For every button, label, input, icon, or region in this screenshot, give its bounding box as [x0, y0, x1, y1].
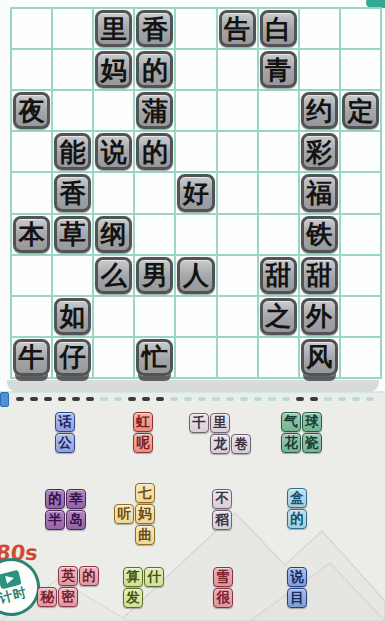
app-root: 里香告白妈的青夜蒲约定能说的彩香好福本草纲铁么男人甜甜如之外牛仔忙风 80s 计…: [0, 0, 385, 621]
board-cell-r7c1[interactable]: 如: [53, 297, 94, 338]
board-cell-r3c8[interactable]: [341, 132, 382, 173]
grid-tile[interactable]: 甜: [260, 257, 297, 294]
board-cell-r7c6[interactable]: 之: [259, 297, 300, 338]
grid-tile[interactable]: 的: [136, 133, 173, 170]
tray-tile-说[interactable]: 说: [287, 567, 307, 587]
board-cell-r2c7[interactable]: 约: [300, 91, 341, 132]
tray-tile-稻[interactable]: 稻: [212, 510, 232, 530]
grid-tile[interactable]: 铁: [301, 216, 338, 253]
board-cell-r0c0[interactable]: [12, 9, 53, 50]
board-grid: 里香告白妈的青夜蒲约定能说的彩香好福本草纲铁么男人甜甜如之外牛仔忙风: [10, 7, 382, 379]
board-cell-r5c0[interactable]: 本: [12, 215, 53, 256]
grid-tile[interactable]: 牛: [13, 339, 50, 376]
board-cell-r6c4[interactable]: 人: [176, 256, 217, 297]
board-cell-r2c3[interactable]: 蒲: [135, 91, 176, 132]
grid-tile[interactable]: 蒲: [136, 92, 173, 129]
tray-tile-密[interactable]: 密: [58, 587, 78, 607]
board-cell-r4c7[interactable]: 福: [300, 173, 341, 214]
tray-tile-盒[interactable]: 盒: [287, 488, 307, 508]
grid-tile[interactable]: 风: [301, 339, 338, 376]
tray-tile-的[interactable]: 的: [79, 566, 99, 586]
board-cell-r0c7[interactable]: [300, 9, 341, 50]
tray-tile-话[interactable]: 话: [55, 412, 75, 432]
tray-tile-算[interactable]: 算: [123, 567, 143, 587]
board-cell-r6c5[interactable]: [218, 256, 259, 297]
grid-tile[interactable]: 香: [54, 174, 91, 211]
board-cell-r7c2[interactable]: [94, 297, 135, 338]
board-cell-r5c5[interactable]: [218, 215, 259, 256]
grid-tile[interactable]: 彩: [301, 133, 338, 170]
board-cell-r5c8[interactable]: [341, 215, 382, 256]
grid-tile[interactable]: 本: [13, 216, 50, 253]
tray-tile-雪[interactable]: 雪: [213, 567, 233, 587]
board-cell-r8c8[interactable]: [341, 338, 382, 379]
grid-tile[interactable]: 人: [177, 257, 214, 294]
grid-tile[interactable]: 夜: [13, 92, 50, 129]
board-cell-r8c5[interactable]: [218, 338, 259, 379]
board-cell-r7c3[interactable]: [135, 297, 176, 338]
board-cell-r3c5[interactable]: [218, 132, 259, 173]
grid-tile[interactable]: 草: [54, 216, 91, 253]
board-cell-r4c1[interactable]: 香: [53, 173, 94, 214]
tray-tile-英[interactable]: 英: [58, 566, 78, 586]
board-cell-r5c6[interactable]: [259, 215, 300, 256]
tray-tile-发[interactable]: 发: [123, 588, 143, 608]
board-cell-r0c2[interactable]: 里: [94, 9, 135, 50]
tray-tile-千[interactable]: 千: [189, 413, 209, 433]
tray-tile-听[interactable]: 听: [114, 504, 134, 524]
grid-tile[interactable]: 约: [301, 92, 338, 129]
board-cell-r2c8[interactable]: 定: [341, 91, 382, 132]
board-cell-r6c7[interactable]: 甜: [300, 256, 341, 297]
grid-tile[interactable]: 能: [54, 133, 91, 170]
board-cell-r1c0[interactable]: [12, 50, 53, 91]
board-cell-r4c5[interactable]: [218, 173, 259, 214]
board-cell-r5c3[interactable]: [135, 215, 176, 256]
grid-tile[interactable]: 里: [95, 10, 132, 47]
grid-tile[interactable]: 青: [260, 51, 297, 88]
tray-tile-曲[interactable]: 曲: [135, 525, 155, 545]
board-cell-r4c3[interactable]: [135, 173, 176, 214]
board-cell-r1c1[interactable]: [53, 50, 94, 91]
board-cell-r2c6[interactable]: [259, 91, 300, 132]
tray-section: 80s 计时 话公虹呢千里龙卷气球花瓷的幸半岛七听妈曲不稻盒的英的秘密算什发雪很…: [0, 393, 385, 621]
grid-tile[interactable]: 男: [136, 257, 173, 294]
tray-tile-妈[interactable]: 妈: [135, 504, 155, 524]
tray-tile-七[interactable]: 七: [135, 483, 155, 503]
board-cell-r7c7[interactable]: 外: [300, 297, 341, 338]
tray-tile-气[interactable]: 气: [281, 412, 301, 432]
tray-tile-秘[interactable]: 秘: [37, 587, 57, 607]
board-cell-r8c6[interactable]: [259, 338, 300, 379]
board-cell-r8c3[interactable]: 忙: [135, 338, 176, 379]
tray-tile-呢[interactable]: 呢: [133, 433, 153, 453]
grid-tile[interactable]: 纲: [95, 216, 132, 253]
board-cell-r6c6[interactable]: 甜: [259, 256, 300, 297]
board-cell-r5c4[interactable]: [176, 215, 217, 256]
board-cell-r2c4[interactable]: [176, 91, 217, 132]
grid-tile[interactable]: 之: [260, 298, 297, 335]
board-cell-r5c2[interactable]: 纲: [94, 215, 135, 256]
tray-tile-很[interactable]: 很: [213, 588, 233, 608]
board-cell-r1c6[interactable]: 青: [259, 50, 300, 91]
board-cell-r3c2[interactable]: 说: [94, 132, 135, 173]
board-cell-r4c8[interactable]: [341, 173, 382, 214]
grid-tile[interactable]: 说: [95, 133, 132, 170]
board-section: 里香告白妈的青夜蒲约定能说的彩香好福本草纲铁么男人甜甜如之外牛仔忙风: [0, 0, 385, 393]
board-cell-r7c5[interactable]: [218, 297, 259, 338]
tray-tile-的[interactable]: 的: [287, 509, 307, 529]
grid-tile[interactable]: 的: [136, 51, 173, 88]
board-cell-r1c8[interactable]: [341, 50, 382, 91]
board-cell-r1c3[interactable]: 的: [135, 50, 176, 91]
board-cell-r5c7[interactable]: 铁: [300, 215, 341, 256]
grid-tile[interactable]: 么: [95, 257, 132, 294]
tray-tile-什[interactable]: 什: [144, 567, 164, 587]
tray-tile-公[interactable]: 公: [55, 433, 75, 453]
board-cell-r0c1[interactable]: [53, 9, 94, 50]
tray: 话公虹呢千里龙卷气球花瓷的幸半岛七听妈曲不稻盒的英的秘密算什发雪很说目: [0, 393, 385, 621]
board-cell-r6c3[interactable]: 男: [135, 256, 176, 297]
board-cell-r0c4[interactable]: [176, 9, 217, 50]
tray-tile-卷[interactable]: 卷: [231, 434, 251, 454]
board-cell-r7c0[interactable]: [12, 297, 53, 338]
board-cell-r3c1[interactable]: 能: [53, 132, 94, 173]
board-cell-r8c2[interactable]: [94, 338, 135, 379]
grid-tile[interactable]: 福: [301, 174, 338, 211]
grid-tile[interactable]: 仔: [54, 339, 91, 376]
board-cell-r4c6[interactable]: [259, 173, 300, 214]
board-cell-r0c6[interactable]: 白: [259, 9, 300, 50]
board-cell-r2c0[interactable]: 夜: [12, 91, 53, 132]
board-cell-r1c2[interactable]: 妈: [94, 50, 135, 91]
board-cell-r7c4[interactable]: [176, 297, 217, 338]
tray-tile-花[interactable]: 花: [281, 433, 301, 453]
board-cell-r3c3[interactable]: 的: [135, 132, 176, 173]
board-cell-r1c7[interactable]: [300, 50, 341, 91]
board-cell-r3c4[interactable]: [176, 132, 217, 173]
board-cell-r0c5[interactable]: 告: [218, 9, 259, 50]
grid-tile[interactable]: 外: [301, 298, 338, 335]
board-cell-r1c5[interactable]: [218, 50, 259, 91]
board-cell-r3c7[interactable]: 彩: [300, 132, 341, 173]
tray-tile-瓷[interactable]: 瓷: [302, 433, 322, 453]
board-cell-r2c2[interactable]: [94, 91, 135, 132]
grid-tile[interactable]: 妈: [95, 51, 132, 88]
board-cell-r6c8[interactable]: [341, 256, 382, 297]
board-cell-r8c4[interactable]: [176, 338, 217, 379]
board-cell-r6c2[interactable]: 么: [94, 256, 135, 297]
tray-tile-幸[interactable]: 幸: [66, 489, 86, 509]
grid-tile[interactable]: 忙: [136, 339, 173, 376]
grid-tile[interactable]: 好: [177, 174, 214, 211]
board-cell-r7c8[interactable]: [341, 297, 382, 338]
grid-tile[interactable]: 香: [136, 10, 173, 47]
board-cell-r4c2[interactable]: [94, 173, 135, 214]
board-cell-r1c4[interactable]: [176, 50, 217, 91]
grid-tile[interactable]: 定: [342, 92, 379, 129]
board-cell-r8c7[interactable]: 风: [300, 338, 341, 379]
tray-tile-目[interactable]: 目: [287, 588, 307, 608]
grid-tile[interactable]: 告: [219, 10, 256, 47]
grid-tile[interactable]: 如: [54, 298, 91, 335]
tray-tile-龙[interactable]: 龙: [210, 434, 230, 454]
tray-tile-岛[interactable]: 岛: [66, 510, 86, 530]
board-cell-r6c0[interactable]: [12, 256, 53, 297]
tray-tile-虹[interactable]: 虹: [133, 412, 153, 432]
board-cell-r2c1[interactable]: [53, 91, 94, 132]
tray-tile-球[interactable]: 球: [302, 412, 322, 432]
board-cell-r4c0[interactable]: [12, 173, 53, 214]
board-cell-r6c1[interactable]: [53, 256, 94, 297]
board-cell-r8c1[interactable]: 仔: [53, 338, 94, 379]
board-cell-r8c0[interactable]: 牛: [12, 338, 53, 379]
board-cell-r5c1[interactable]: 草: [53, 215, 94, 256]
board-cell-r0c3[interactable]: 香: [135, 9, 176, 50]
grid-tile[interactable]: 甜: [301, 257, 338, 294]
board-cell-r3c0[interactable]: [12, 132, 53, 173]
board-cell-r3c6[interactable]: [259, 132, 300, 173]
tray-tile-半[interactable]: 半: [45, 510, 65, 530]
grid-tile[interactable]: 白: [260, 10, 297, 47]
tray-tile-的[interactable]: 的: [45, 489, 65, 509]
tray-tile-里[interactable]: 里: [210, 413, 230, 433]
board-cell-r0c8[interactable]: [341, 9, 382, 50]
board-cell-r4c4[interactable]: 好: [176, 173, 217, 214]
board-cell-r2c5[interactable]: [218, 91, 259, 132]
tray-tile-不[interactable]: 不: [212, 489, 232, 509]
